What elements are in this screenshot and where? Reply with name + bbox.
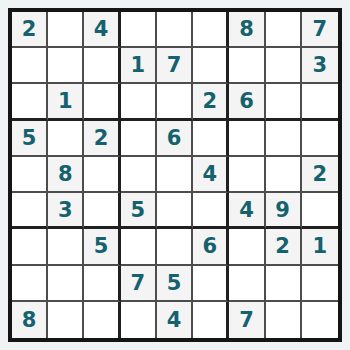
cell-r9c8[interactable] [266,302,302,338]
cell-r5c7[interactable] [229,157,265,193]
cell-r8c5[interactable]: 5 [157,266,193,302]
cell-r2c5[interactable]: 7 [157,48,193,84]
cell-r6c2[interactable]: 3 [48,193,84,229]
cell-r7c6[interactable]: 6 [193,229,229,265]
cell-r2c9[interactable]: 3 [302,48,338,84]
cell-r5c8[interactable] [266,157,302,193]
cell-r1c4[interactable] [121,12,157,48]
cell-r1c1[interactable]: 2 [12,12,48,48]
cell-r3c9[interactable] [302,84,338,120]
cell-r5c1[interactable] [12,157,48,193]
cell-r6c1[interactable] [12,193,48,229]
cell-r2c8[interactable] [266,48,302,84]
cell-r8c7[interactable] [229,266,265,302]
cell-r9c2[interactable] [48,302,84,338]
cell-r4c9[interactable] [302,121,338,157]
cell-r4c2[interactable] [48,121,84,157]
cell-r6c3[interactable] [84,193,120,229]
cell-r4c5[interactable]: 6 [157,121,193,157]
cell-r5c3[interactable] [84,157,120,193]
cell-r7c7[interactable] [229,229,265,265]
cell-r3c6[interactable]: 2 [193,84,229,120]
cell-r1c5[interactable] [157,12,193,48]
cell-r8c3[interactable] [84,266,120,302]
cell-r3c3[interactable] [84,84,120,120]
cell-r1c3[interactable]: 4 [84,12,120,48]
cell-r1c9[interactable]: 7 [302,12,338,48]
cell-r6c8[interactable]: 9 [266,193,302,229]
cell-r5c5[interactable] [157,157,193,193]
cell-r4c4[interactable] [121,121,157,157]
cell-r2c4[interactable]: 1 [121,48,157,84]
cell-r3c8[interactable] [266,84,302,120]
cell-r4c1[interactable]: 5 [12,121,48,157]
cell-r7c2[interactable] [48,229,84,265]
cell-r2c2[interactable] [48,48,84,84]
cell-r8c9[interactable] [302,266,338,302]
cell-r7c4[interactable] [121,229,157,265]
cell-r5c4[interactable] [121,157,157,193]
cell-r3c1[interactable] [12,84,48,120]
cell-r6c6[interactable] [193,193,229,229]
cell-r7c1[interactable] [12,229,48,265]
cell-r1c7[interactable]: 8 [229,12,265,48]
cell-r3c4[interactable] [121,84,157,120]
cell-r9c4[interactable] [121,302,157,338]
cell-r7c8[interactable]: 2 [266,229,302,265]
cell-r9c7[interactable]: 7 [229,302,265,338]
cell-r8c1[interactable] [12,266,48,302]
cell-r2c3[interactable] [84,48,120,84]
cell-r1c2[interactable] [48,12,84,48]
cell-r2c1[interactable] [12,48,48,84]
cell-r5c9[interactable]: 2 [302,157,338,193]
cell-r8c8[interactable] [266,266,302,302]
cell-r2c6[interactable] [193,48,229,84]
sudoku-board: 24871731265268423549562175847 [8,8,342,342]
cell-r4c3[interactable]: 2 [84,121,120,157]
cell-r8c2[interactable] [48,266,84,302]
cell-r8c4[interactable]: 7 [121,266,157,302]
cell-r9c5[interactable]: 4 [157,302,193,338]
cell-r4c7[interactable] [229,121,265,157]
cell-r5c2[interactable]: 8 [48,157,84,193]
cell-r6c7[interactable]: 4 [229,193,265,229]
cell-r3c2[interactable]: 1 [48,84,84,120]
cell-r6c5[interactable] [157,193,193,229]
cell-r3c7[interactable]: 6 [229,84,265,120]
cell-r6c4[interactable]: 5 [121,193,157,229]
cell-r6c9[interactable] [302,193,338,229]
cell-r7c5[interactable] [157,229,193,265]
cell-r8c6[interactable] [193,266,229,302]
cell-r1c6[interactable] [193,12,229,48]
cell-r1c8[interactable] [266,12,302,48]
cell-r7c9[interactable]: 1 [302,229,338,265]
cell-r9c1[interactable]: 8 [12,302,48,338]
cell-r9c9[interactable] [302,302,338,338]
cell-r2c7[interactable] [229,48,265,84]
cell-r4c8[interactable] [266,121,302,157]
cell-r7c3[interactable]: 5 [84,229,120,265]
cell-r9c3[interactable] [84,302,120,338]
cell-r4c6[interactable] [193,121,229,157]
cell-r9c6[interactable] [193,302,229,338]
cell-r5c6[interactable]: 4 [193,157,229,193]
cell-r3c5[interactable] [157,84,193,120]
